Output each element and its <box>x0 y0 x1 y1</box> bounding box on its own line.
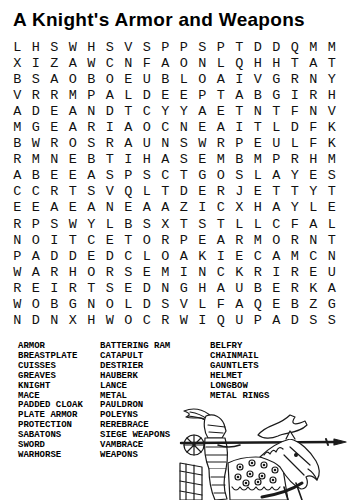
grid-cell-r6c5: R <box>82 119 101 135</box>
grid-cell-r15c11: N <box>193 264 212 280</box>
grid-cell-r5c8: C <box>138 103 157 119</box>
grid-cell-r9c17: E <box>304 168 323 184</box>
grid-cell-r12c2: P <box>27 216 46 232</box>
grid-cell-r4c1: V <box>8 87 27 103</box>
grid-cell-r15c16: R <box>286 264 305 280</box>
grid-cell-r10c3: R <box>45 184 64 200</box>
grid-cell-r5c9: Y <box>156 103 175 119</box>
grid-cell-r9c16: Y <box>286 168 305 184</box>
grid-cell-r3c16: R <box>286 71 305 87</box>
grid-cell-r7c15: U <box>267 136 286 152</box>
pennant-shape <box>258 415 307 438</box>
grid-cell-r17c5: N <box>82 297 101 313</box>
grid-cell-r11c16: Y <box>286 200 305 216</box>
grid-cell-r10c17: Y <box>304 184 323 200</box>
grid-cell-r1c15: D <box>267 39 286 55</box>
grid-cell-r8c6: T <box>101 152 120 168</box>
grid-cell-r12c10: T <box>175 216 194 232</box>
grid-cell-r4c6: A <box>101 87 120 103</box>
grid-cell-r5c1: A <box>8 103 27 119</box>
grid-cell-r8c5: B <box>82 152 101 168</box>
grid-cell-r15c9: M <box>156 264 175 280</box>
grid-cell-r9c18: S <box>323 168 342 184</box>
grid-cell-r16c8: D <box>138 280 157 296</box>
grid-cell-r2c2: I <box>27 55 46 71</box>
grid-cell-r17c4: G <box>64 297 83 313</box>
grid-cell-r2c3: Z <box>45 55 64 71</box>
grid-cell-r12c1: R <box>8 216 27 232</box>
grid-cell-r16c10: G <box>175 280 194 296</box>
grid-cell-r2c9: A <box>156 55 175 71</box>
grid-cell-r8c13: B <box>230 152 249 168</box>
grid-cell-r8c2: M <box>27 152 46 168</box>
grid-cell-r10c18: T <box>323 184 342 200</box>
grid-cell-r14c2: A <box>27 248 46 264</box>
grid-cell-r13c18: T <box>323 232 342 248</box>
grid-cell-r2c14: H <box>249 55 268 71</box>
grid-cell-r17c13: A <box>230 297 249 313</box>
grid-cell-r3c11: O <box>193 71 212 87</box>
grid-cell-r14c1: P <box>8 248 27 264</box>
grid-cell-r12c13: L <box>230 216 249 232</box>
grid-cell-r3c18: Y <box>323 71 342 87</box>
grid-cell-r11c3: A <box>45 200 64 216</box>
grid-cell-r13c5: C <box>82 232 101 248</box>
grid-cell-r3c2: S <box>27 71 46 87</box>
grid-cell-r17c17: Z <box>304 297 323 313</box>
grid-cell-r13c8: O <box>138 232 157 248</box>
grid-cell-r3c6: O <box>101 71 120 87</box>
grid-cell-r17c3: B <box>45 297 64 313</box>
grid-cell-r16c3: I <box>45 280 64 296</box>
grid-cell-r7c12: R <box>212 136 231 152</box>
grid-cell-r18c16: D <box>286 313 305 329</box>
grid-cell-r17c8: D <box>138 297 157 313</box>
grid-cell-r9c8: S <box>138 168 157 184</box>
grid-cell-r3c8: U <box>138 71 157 87</box>
grid-cell-r2c13: Q <box>230 55 249 71</box>
grid-cell-r6c6: I <box>101 119 120 135</box>
grid-cell-r7c14: E <box>249 136 268 152</box>
grid-cell-r13c2: O <box>27 232 46 248</box>
grid-cell-r1c12: P <box>212 39 231 55</box>
grid-cell-r11c7: E <box>119 200 138 216</box>
grid-cell-r9c15: A <box>267 168 286 184</box>
grid-cell-r6c14: T <box>249 119 268 135</box>
grid-cell-r15c18: U <box>323 264 342 280</box>
grid-cell-r1c1: L <box>8 39 27 55</box>
grid-cell-r6c8: O <box>138 119 157 135</box>
grid-cell-r5c13: T <box>230 103 249 119</box>
grid-cell-r7c1: B <box>8 136 27 152</box>
grid-cell-r14c17: C <box>304 248 323 264</box>
grid-cell-r13c15: O <box>267 232 286 248</box>
grid-cell-r1c13: T <box>230 39 249 55</box>
word-list-column-3: BELFRYCHAINMAILGAUNTLETSHELMETLONGBOWMET… <box>210 342 269 401</box>
grid-cell-r1c7: V <box>119 39 138 55</box>
grid-cell-r9c6: S <box>101 168 120 184</box>
leg-shape <box>209 469 227 500</box>
grid-cell-r16c11: H <box>193 280 212 296</box>
grid-cell-r5c10: Y <box>175 103 194 119</box>
word-item: METAL RINGS <box>210 392 269 402</box>
grid-cell-r18c15: A <box>267 313 286 329</box>
grid-cell-r10c8: L <box>138 184 157 200</box>
grid-cell-r3c5: B <box>82 71 101 87</box>
grid-cell-r13c1: N <box>8 232 27 248</box>
grid-cell-r7c16: L <box>286 136 305 152</box>
grid-cell-r1c3: S <box>45 39 64 55</box>
grid-cell-r13c4: T <box>64 232 83 248</box>
grid-cell-r4c16: I <box>286 87 305 103</box>
grid-cell-r8c9: A <box>156 152 175 168</box>
grid-cell-r16c5: T <box>82 280 101 296</box>
grid-cell-r1c2: H <box>27 39 46 55</box>
grid-cell-r6c1: M <box>8 119 27 135</box>
grid-cell-r3c7: E <box>119 71 138 87</box>
grid-cell-r17c1: W <box>8 297 27 313</box>
grid-cell-r11c5: A <box>82 200 101 216</box>
grid-cell-r2c7: N <box>119 55 138 71</box>
grid-cell-r16c15: E <box>267 280 286 296</box>
grid-cell-r4c11: P <box>193 87 212 103</box>
grid-cell-r14c4: D <box>64 248 83 264</box>
grid-cell-r16c17: K <box>304 280 323 296</box>
grid-cell-r3c9: B <box>156 71 175 87</box>
grid-cell-r6c17: F <box>304 119 323 135</box>
grid-cell-r12c12: T <box>212 216 231 232</box>
grid-cell-r17c9: S <box>156 297 175 313</box>
grid-cell-r13c13: R <box>230 232 249 248</box>
grid-cell-r18c14: P <box>249 313 268 329</box>
grid-cell-r3c17: N <box>304 71 323 87</box>
grid-cell-r2c18: T <box>323 55 342 71</box>
grid-cell-r6c11: E <box>193 119 212 135</box>
grid-cell-r10c10: D <box>175 184 194 200</box>
word-search-grid: LHSWHSVSPPSPTDDQMMXIZAWCNFAONLQHHTATBSAO… <box>8 39 341 329</box>
grid-cell-r5c18: V <box>323 103 342 119</box>
grid-cell-r17c7: L <box>119 297 138 313</box>
grid-cell-r8c4: E <box>64 152 83 168</box>
grid-cell-r3c3: A <box>45 71 64 87</box>
grid-cell-r2c10: O <box>175 55 194 71</box>
grid-cell-r18c9: R <box>156 313 175 329</box>
grid-cell-r7c9: N <box>156 136 175 152</box>
grid-cell-r11c11: I <box>193 200 212 216</box>
grid-cell-r10c9: T <box>156 184 175 200</box>
grid-cell-r8c8: H <box>138 152 157 168</box>
knight-illustration <box>178 403 354 500</box>
grid-cell-r8c10: S <box>175 152 194 168</box>
grid-cell-r7c2: W <box>27 136 46 152</box>
grid-cell-r5c16: F <box>286 103 305 119</box>
grid-cell-r2c17: A <box>304 55 323 71</box>
grid-cell-r3c4: O <box>64 71 83 87</box>
grid-cell-r16c9: N <box>156 280 175 296</box>
grid-cell-r9c2: B <box>27 168 46 184</box>
grid-cell-r4c4: M <box>64 87 83 103</box>
grid-cell-r4c9: E <box>156 87 175 103</box>
grid-cell-r18c17: S <box>304 313 323 329</box>
grid-cell-r12c18: L <box>323 216 342 232</box>
grid-cell-r10c1: C <box>8 184 27 200</box>
grid-cell-r12c8: S <box>138 216 157 232</box>
grid-cell-r18c13: U <box>230 313 249 329</box>
grid-cell-r4c12: T <box>212 87 231 103</box>
grid-cell-r2c11: N <box>193 55 212 71</box>
grid-cell-r9c14: L <box>249 168 268 184</box>
grid-cell-r1c11: S <box>193 39 212 55</box>
grid-cell-r12c3: S <box>45 216 64 232</box>
grid-cell-r11c14: H <box>249 200 268 216</box>
grid-cell-r16c1: R <box>8 280 27 296</box>
grid-cell-r15c6: R <box>101 264 120 280</box>
grid-cell-r12c15: C <box>267 216 286 232</box>
grid-cell-r11c1: E <box>8 200 27 216</box>
grid-cell-r12c9: X <box>156 216 175 232</box>
grid-cell-r1c16: Q <box>286 39 305 55</box>
grid-cell-r14c13: E <box>230 248 249 264</box>
grid-cell-r6c3: E <box>45 119 64 135</box>
grid-cell-r7c17: F <box>304 136 323 152</box>
grid-cell-r18c18: S <box>323 313 342 329</box>
grid-cell-r8c12: M <box>212 152 231 168</box>
grid-cell-r5c4: A <box>64 103 83 119</box>
grid-cell-r8c14: M <box>249 152 268 168</box>
grid-cell-r2c1: X <box>8 55 27 71</box>
grid-cell-r14c5: E <box>82 248 101 264</box>
grid-cell-r10c16: T <box>286 184 305 200</box>
grid-cell-r14c3: D <box>45 248 64 264</box>
grid-cell-r6c7: A <box>119 119 138 135</box>
grid-cell-r2c16: T <box>286 55 305 71</box>
grid-cell-r16c16: R <box>286 280 305 296</box>
grid-cell-r2c4: A <box>64 55 83 71</box>
grid-cell-r8c3: N <box>45 152 64 168</box>
arm-shape <box>218 445 240 447</box>
grid-cell-r15c15: I <box>267 264 286 280</box>
word-list-column-2: BATTERING RAMCATAPULTDESTRIERHAUBERKLANC… <box>100 342 170 461</box>
grid-cell-r13c11: E <box>193 232 212 248</box>
grid-cell-r5c3: E <box>45 103 64 119</box>
grid-cell-r4c2: R <box>27 87 46 103</box>
grid-cell-r14c9: O <box>156 248 175 264</box>
grid-cell-r6c15: L <box>267 119 286 135</box>
grid-cell-r4c18: H <box>323 87 342 103</box>
grid-cell-r10c11: E <box>193 184 212 200</box>
grid-cell-r1c18: M <box>323 39 342 55</box>
grid-cell-r8c7: I <box>119 152 138 168</box>
grid-cell-r6c10: N <box>175 119 194 135</box>
grid-cell-r7c3: R <box>45 136 64 152</box>
grid-cell-r16c18: A <box>323 280 342 296</box>
grid-cell-r8c11: E <box>193 152 212 168</box>
grid-cell-r3c12: A <box>212 71 231 87</box>
word-list-column-1: ARMORBREASTPLATECUISSESGREAVESKNIGHTMACE… <box>18 342 83 461</box>
grid-cell-r15c13: K <box>230 264 249 280</box>
grid-cell-r10c15: T <box>267 184 286 200</box>
grid-cell-r13c16: R <box>286 232 305 248</box>
grid-cell-r1c6: S <box>101 39 120 55</box>
word-search-worksheet: A Knight's Armor and Weapons LHSWHSVSPPS… <box>0 0 354 500</box>
grid-cell-r5c7: T <box>119 103 138 119</box>
grid-cell-r4c15: G <box>267 87 286 103</box>
grid-cell-r5c2: D <box>27 103 46 119</box>
grid-cell-r17c18: G <box>323 297 342 313</box>
grid-cell-r17c6: O <box>101 297 120 313</box>
grid-cell-r10c14: E <box>249 184 268 200</box>
grid-cell-r12c7: B <box>119 216 138 232</box>
grid-cell-r7c4: O <box>64 136 83 152</box>
grid-cell-r9c11: G <box>193 168 212 184</box>
grid-cell-r4c5: P <box>82 87 101 103</box>
grid-cell-r12c16: F <box>286 216 305 232</box>
grid-cell-r13c14: M <box>249 232 268 248</box>
grid-cell-r13c7: T <box>119 232 138 248</box>
grid-cell-r14c6: D <box>101 248 120 264</box>
grid-cell-r12c6: L <box>101 216 120 232</box>
grid-cell-r14c11: K <box>193 248 212 264</box>
grid-cell-r9c7: P <box>119 168 138 184</box>
grid-cell-r11c10: Z <box>175 200 194 216</box>
grid-cell-r16c13: U <box>230 280 249 296</box>
grid-cell-r16c7: E <box>119 280 138 296</box>
grid-cell-r14c18: N <box>323 248 342 264</box>
grid-cell-r11c4: E <box>64 200 83 216</box>
grid-cell-r7c18: K <box>323 136 342 152</box>
word-item: WARHORSE <box>18 451 83 461</box>
grid-cell-r7c11: W <box>193 136 212 152</box>
grid-cell-r1c14: D <box>249 39 268 55</box>
grid-cell-r11c18: E <box>323 200 342 216</box>
grid-cell-r13c6: E <box>101 232 120 248</box>
grid-cell-r8c16: R <box>286 152 305 168</box>
grid-cell-r9c3: E <box>45 168 64 184</box>
grid-cell-r11c13: X <box>230 200 249 216</box>
grid-cell-r8c1: R <box>8 152 27 168</box>
grid-cell-r12c14: L <box>249 216 268 232</box>
grid-cell-r5c11: A <box>193 103 212 119</box>
grid-cell-r16c12: A <box>212 280 231 296</box>
grid-cell-r6c4: A <box>64 119 83 135</box>
page-title: A Knight's Armor and Weapons <box>13 9 305 31</box>
grid-cell-r4c13: A <box>230 87 249 103</box>
grid-cell-r14c7: C <box>119 248 138 264</box>
grid-cell-r14c12: I <box>212 248 231 264</box>
grid-cell-r18c12: Q <box>212 313 231 329</box>
grid-cell-r14c15: A <box>267 248 286 264</box>
helmet-shape <box>204 415 226 438</box>
grid-cell-r18c4: X <box>64 313 83 329</box>
grid-cell-r9c9: C <box>156 168 175 184</box>
grid-cell-r3c1: B <box>8 71 27 87</box>
grid-cell-r11c17: L <box>304 200 323 216</box>
grid-cell-r17c16: B <box>286 297 305 313</box>
grid-cell-r3c15: G <box>267 71 286 87</box>
grid-cell-r1c8: S <box>138 39 157 55</box>
grid-cell-r12c4: W <box>64 216 83 232</box>
grid-cell-r2c5: W <box>82 55 101 71</box>
grid-cell-r17c14: Q <box>249 297 268 313</box>
grid-cell-r14c14: C <box>249 248 268 264</box>
grid-cell-r9c10: T <box>175 168 194 184</box>
grid-cell-r13c17: N <box>304 232 323 248</box>
rear-caparison-shape <box>180 463 202 500</box>
grid-cell-r13c9: R <box>156 232 175 248</box>
grid-cell-r12c17: A <box>304 216 323 232</box>
grid-cell-r18c8: C <box>138 313 157 329</box>
grid-cell-r1c10: P <box>175 39 194 55</box>
grid-cell-r11c12: C <box>212 200 231 216</box>
grid-cell-r15c3: R <box>45 264 64 280</box>
grid-cell-r15c8: E <box>138 264 157 280</box>
grid-cell-r1c17: M <box>304 39 323 55</box>
grid-cell-r2c12: L <box>212 55 231 71</box>
vamplate-shape <box>184 435 204 455</box>
grid-cell-r15c12: C <box>212 264 231 280</box>
grid-cell-r9c13: S <box>230 168 249 184</box>
grid-cell-r4c3: R <box>45 87 64 103</box>
grid-cell-r14c16: M <box>286 248 305 264</box>
grid-cell-r12c5: Y <box>82 216 101 232</box>
grid-cell-r3c10: L <box>175 71 194 87</box>
grid-cell-r18c1: N <box>8 313 27 329</box>
grid-cell-r16c6: S <box>101 280 120 296</box>
grid-cell-r17c11: L <box>193 297 212 313</box>
grid-cell-r15c17: E <box>304 264 323 280</box>
grid-cell-r15c2: A <box>27 264 46 280</box>
grid-cell-r16c4: R <box>64 280 83 296</box>
grid-cell-r15c10: I <box>175 264 194 280</box>
grid-cell-r4c10: E <box>175 87 194 103</box>
grid-cell-r5c6: D <box>101 103 120 119</box>
grid-cell-r13c12: A <box>212 232 231 248</box>
grid-cell-r10c13: J <box>230 184 249 200</box>
grid-cell-r18c11: I <box>193 313 212 329</box>
grid-cell-r11c15: A <box>267 200 286 216</box>
grid-cell-r5c14: N <box>249 103 268 119</box>
grid-cell-r1c4: W <box>64 39 83 55</box>
grid-cell-r2c6: C <box>101 55 120 71</box>
grid-cell-r4c17: R <box>304 87 323 103</box>
grid-cell-r9c4: E <box>64 168 83 184</box>
grid-cell-r18c5: H <box>82 313 101 329</box>
grid-cell-r10c2: C <box>27 184 46 200</box>
grid-cell-r6c12: A <box>212 119 231 135</box>
grid-cell-r12c11: S <box>193 216 212 232</box>
grid-cell-r3c14: V <box>249 71 268 87</box>
grid-cell-r11c6: N <box>101 200 120 216</box>
grid-cell-r5c15: T <box>267 103 286 119</box>
grid-cell-r8c15: P <box>267 152 286 168</box>
grid-cell-r14c8: L <box>138 248 157 264</box>
grid-cell-r15c4: H <box>64 264 83 280</box>
grid-cell-r16c2: E <box>27 280 46 296</box>
grid-cell-r7c7: A <box>119 136 138 152</box>
grid-cell-r2c15: H <box>267 55 286 71</box>
grid-cell-r16c14: B <box>249 280 268 296</box>
grid-cell-r7c5: S <box>82 136 101 152</box>
grid-cell-r4c7: L <box>119 87 138 103</box>
grid-cell-r6c16: D <box>286 119 305 135</box>
grid-cell-r7c8: U <box>138 136 157 152</box>
grid-cell-r1c5: H <box>82 39 101 55</box>
grid-cell-r2c8: F <box>138 55 157 71</box>
grid-cell-r15c5: O <box>82 264 101 280</box>
grid-cell-r10c12: R <box>212 184 231 200</box>
grid-cell-r6c9: C <box>156 119 175 135</box>
grid-cell-r3c13: I <box>230 71 249 87</box>
